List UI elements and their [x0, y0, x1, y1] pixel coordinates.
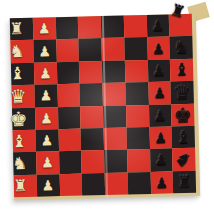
- square-g7[interactable]: ♟: [150, 149, 173, 172]
- square-c2[interactable]: ♟: [34, 62, 57, 85]
- piece-white-pawn[interactable]: ♟: [39, 89, 52, 103]
- square-b2[interactable]: ♟: [33, 40, 56, 63]
- square-b3[interactable]: [56, 39, 79, 62]
- piece-white-pawn[interactable]: ♟: [40, 133, 53, 147]
- piece-white-pawn[interactable]: ♟: [39, 66, 52, 80]
- square-d3[interactable]: [57, 84, 80, 107]
- square-d4[interactable]: [80, 83, 103, 106]
- square-f8[interactable]: ♝: [172, 126, 195, 149]
- square-d5[interactable]: [102, 83, 125, 106]
- piece-black-pawn[interactable]: ♟: [155, 175, 168, 189]
- board-grid: ♜♟♟♜♞♟♟♞♝♟♟♝♛♟♟♛♚♟♟♚♝♟♟♝♞♟♟♞♜♟♟♜: [10, 14, 196, 197]
- square-h1[interactable]: ♜: [14, 174, 37, 197]
- square-f2[interactable]: ♟: [35, 129, 58, 152]
- square-a4[interactable]: [78, 16, 101, 39]
- piece-black-pawn[interactable]: ♟: [154, 131, 167, 145]
- piece-white-rook[interactable]: ♜: [9, 21, 24, 37]
- square-e4[interactable]: [80, 106, 103, 129]
- square-b5[interactable]: [101, 38, 124, 61]
- square-a1[interactable]: ♜: [10, 18, 33, 41]
- piece-white-bishop[interactable]: ♝: [10, 65, 26, 82]
- square-a8[interactable]: ♜: [169, 14, 192, 37]
- square-f3[interactable]: [58, 128, 81, 151]
- piece-white-pawn[interactable]: ♟: [38, 21, 51, 35]
- piece-white-rook[interactable]: ♜: [13, 178, 28, 194]
- square-a6[interactable]: [124, 15, 147, 38]
- square-a5[interactable]: [101, 16, 124, 39]
- square-g2[interactable]: ♟: [36, 151, 59, 174]
- square-h7[interactable]: ♟: [150, 171, 173, 194]
- piece-black-pawn[interactable]: ♟: [154, 108, 167, 122]
- square-h8[interactable]: ♜: [173, 170, 196, 193]
- piece-white-bishop[interactable]: ♝: [11, 132, 27, 149]
- piece-black-pawn[interactable]: ♟: [155, 153, 168, 167]
- square-e7[interactable]: ♟: [148, 104, 171, 127]
- square-b1[interactable]: ♞: [10, 40, 33, 63]
- square-h6[interactable]: [127, 172, 150, 195]
- square-g6[interactable]: [127, 149, 150, 172]
- piece-black-rook[interactable]: ♜: [177, 174, 192, 190]
- piece-black-king[interactable]: ♚: [174, 105, 192, 125]
- square-b8[interactable]: ♞: [170, 36, 193, 59]
- square-c1[interactable]: ♝: [11, 62, 34, 85]
- square-b4[interactable]: [79, 38, 102, 61]
- piece-black-bishop[interactable]: ♝: [174, 61, 190, 78]
- piece-black-pawn[interactable]: ♟: [153, 86, 166, 100]
- square-f1[interactable]: ♝: [13, 130, 36, 153]
- square-d1[interactable]: ♛: [11, 85, 34, 108]
- square-a3[interactable]: [55, 17, 78, 40]
- square-h2[interactable]: ♟: [36, 174, 59, 197]
- square-c3[interactable]: [56, 61, 79, 84]
- chess-set-photo: ♜♟♟♜♞♟♟♞♝♟♟♝♛♟♟♛♚♟♟♚♝♟♟♝♞♟♟♞♜♟♟♜: [0, 0, 214, 214]
- piece-white-pawn[interactable]: ♟: [40, 111, 53, 125]
- square-g8[interactable]: ♞: [172, 148, 195, 171]
- piece-black-rook[interactable]: ♜: [169, 2, 187, 21]
- piece-white-knight[interactable]: ♞: [9, 43, 25, 60]
- square-d8[interactable]: ♛: [171, 81, 194, 104]
- piece-black-knight[interactable]: ♞: [173, 39, 189, 56]
- chess-board: ♜♟♟♜♞♟♟♞♝♟♟♝♛♟♟♛♚♟♟♚♝♟♟♝♞♟♟♞♜♟♟♜: [10, 14, 200, 200]
- square-d2[interactable]: ♟: [34, 84, 57, 107]
- piece-white-pawn[interactable]: ♟: [41, 156, 54, 170]
- square-e3[interactable]: [57, 106, 80, 129]
- piece-black-bishop[interactable]: ♝: [176, 128, 192, 145]
- piece-white-king[interactable]: ♚: [9, 109, 27, 129]
- square-c4[interactable]: [79, 61, 102, 84]
- piece-black-pawn[interactable]: ♟: [151, 19, 164, 33]
- square-f7[interactable]: ♟: [149, 126, 172, 149]
- square-g1[interactable]: ♞: [13, 152, 36, 175]
- square-e5[interactable]: [103, 105, 126, 128]
- piece-white-pawn[interactable]: ♟: [38, 44, 51, 58]
- square-c8[interactable]: ♝: [170, 59, 193, 82]
- square-g5[interactable]: [104, 150, 127, 173]
- square-c6[interactable]: [125, 60, 148, 83]
- square-b6[interactable]: [124, 37, 147, 60]
- piece-black-pawn[interactable]: ♟: [153, 63, 166, 77]
- square-g3[interactable]: [59, 151, 82, 174]
- square-h5[interactable]: [105, 172, 128, 195]
- square-f4[interactable]: [81, 128, 104, 151]
- piece-black-queen[interactable]: ♛: [174, 83, 192, 102]
- square-d7[interactable]: ♟: [148, 82, 171, 105]
- square-h3[interactable]: [59, 173, 82, 196]
- square-c5[interactable]: [102, 60, 125, 83]
- piece-white-pawn[interactable]: ♟: [42, 178, 55, 192]
- square-a7[interactable]: ♟: [146, 14, 169, 37]
- square-d6[interactable]: [125, 82, 148, 105]
- piece-white-queen[interactable]: ♛: [9, 87, 27, 106]
- piece-black-pawn[interactable]: ♟: [152, 41, 165, 55]
- square-a2[interactable]: ♟: [33, 17, 56, 40]
- square-h4[interactable]: [82, 173, 105, 196]
- square-b7[interactable]: ♟: [147, 37, 170, 60]
- square-c7[interactable]: ♟: [147, 59, 170, 82]
- square-g4[interactable]: [81, 150, 104, 173]
- piece-black-knight[interactable]: ♞: [173, 148, 196, 170]
- square-f6[interactable]: [126, 127, 149, 150]
- square-e6[interactable]: [126, 104, 149, 127]
- square-e8[interactable]: ♚: [171, 103, 194, 126]
- square-f5[interactable]: [104, 127, 127, 150]
- square-e2[interactable]: ♟: [35, 107, 58, 130]
- square-e1[interactable]: ♚: [12, 107, 35, 130]
- piece-white-knight[interactable]: ♞: [12, 155, 28, 172]
